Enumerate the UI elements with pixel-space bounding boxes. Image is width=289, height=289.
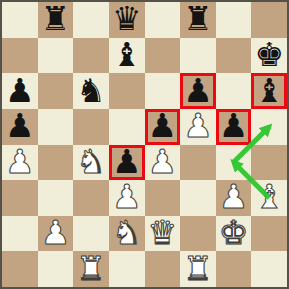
- black-knight[interactable]: ♞: [76, 74, 106, 107]
- square-h6[interactable]: ♝: [251, 73, 287, 109]
- square-h8[interactable]: [251, 2, 287, 38]
- square-f7[interactable]: [180, 38, 216, 74]
- square-e1[interactable]: [145, 251, 181, 287]
- square-b6[interactable]: [38, 73, 74, 109]
- square-f4[interactable]: [180, 145, 216, 181]
- square-d3[interactable]: ♟: [109, 180, 145, 216]
- square-b7[interactable]: [38, 38, 74, 74]
- square-d7[interactable]: ♝: [109, 38, 145, 74]
- square-a3[interactable]: [2, 180, 38, 216]
- white-pawn[interactable]: ♟: [5, 145, 35, 178]
- square-g5[interactable]: ♟: [216, 109, 252, 145]
- square-a1[interactable]: [2, 251, 38, 287]
- square-h3[interactable]: ♝: [251, 180, 287, 216]
- black-pawn[interactable]: ♟: [183, 74, 213, 107]
- square-h5[interactable]: [251, 109, 287, 145]
- black-rook[interactable]: ♜: [41, 2, 71, 35]
- square-a7[interactable]: [2, 38, 38, 74]
- square-b2[interactable]: ♟: [38, 216, 74, 252]
- square-h2[interactable]: [251, 216, 287, 252]
- white-pawn[interactable]: ♟: [219, 180, 249, 213]
- square-f8[interactable]: ♜: [180, 2, 216, 38]
- square-f5[interactable]: ♟: [180, 109, 216, 145]
- square-h1[interactable]: [251, 251, 287, 287]
- square-d6[interactable]: [109, 73, 145, 109]
- white-pawn[interactable]: ♟: [183, 109, 213, 142]
- white-knight[interactable]: ♞: [76, 145, 106, 178]
- square-e3[interactable]: [145, 180, 181, 216]
- white-bishop[interactable]: ♝: [254, 180, 284, 213]
- black-pawn[interactable]: ♟: [148, 109, 178, 142]
- white-rook[interactable]: ♜: [76, 252, 106, 285]
- square-f1[interactable]: ♜: [180, 251, 216, 287]
- square-a2[interactable]: [2, 216, 38, 252]
- white-queen[interactable]: ♛: [148, 216, 178, 249]
- square-b8[interactable]: ♜: [38, 2, 74, 38]
- black-pawn[interactable]: ♟: [112, 145, 142, 178]
- square-e6[interactable]: [145, 73, 181, 109]
- white-king[interactable]: ♚: [219, 216, 249, 249]
- black-pawn[interactable]: ♟: [219, 109, 249, 142]
- black-queen[interactable]: ♛: [112, 2, 142, 35]
- square-d2[interactable]: ♞: [109, 216, 145, 252]
- square-h4[interactable]: [251, 145, 287, 181]
- square-c8[interactable]: [73, 2, 109, 38]
- white-rook[interactable]: ♜: [183, 252, 213, 285]
- black-rook[interactable]: ♜: [183, 2, 213, 35]
- square-e8[interactable]: [145, 2, 181, 38]
- square-a5[interactable]: ♟: [2, 109, 38, 145]
- square-h7[interactable]: ♚: [251, 38, 287, 74]
- square-c3[interactable]: [73, 180, 109, 216]
- square-e5[interactable]: ♟: [145, 109, 181, 145]
- square-c6[interactable]: ♞: [73, 73, 109, 109]
- square-e4[interactable]: ♟: [145, 145, 181, 181]
- chess-board: ♜♛♜♝♚♟♞♟♝♟♟♟♟♟♞♟♟♟♟♝♟♞♛♚♜♜: [0, 0, 289, 289]
- black-king[interactable]: ♚: [254, 38, 284, 71]
- square-c4[interactable]: ♞: [73, 145, 109, 181]
- square-g8[interactable]: [216, 2, 252, 38]
- black-bishop[interactable]: ♝: [254, 74, 284, 107]
- black-bishop[interactable]: ♝: [112, 38, 142, 71]
- white-pawn[interactable]: ♟: [148, 145, 178, 178]
- black-pawn[interactable]: ♟: [5, 109, 35, 142]
- white-pawn[interactable]: ♟: [41, 216, 71, 249]
- square-b3[interactable]: [38, 180, 74, 216]
- square-c1[interactable]: ♜: [73, 251, 109, 287]
- square-b5[interactable]: [38, 109, 74, 145]
- square-g4[interactable]: [216, 145, 252, 181]
- square-a4[interactable]: ♟: [2, 145, 38, 181]
- square-f6[interactable]: ♟: [180, 73, 216, 109]
- square-g1[interactable]: [216, 251, 252, 287]
- square-g6[interactable]: [216, 73, 252, 109]
- board-grid: ♜♛♜♝♚♟♞♟♝♟♟♟♟♟♞♟♟♟♟♝♟♞♛♚♜♜: [2, 2, 287, 287]
- square-b1[interactable]: [38, 251, 74, 287]
- square-f3[interactable]: [180, 180, 216, 216]
- square-c2[interactable]: [73, 216, 109, 252]
- square-d1[interactable]: [109, 251, 145, 287]
- white-knight[interactable]: ♞: [112, 216, 142, 249]
- square-f2[interactable]: [180, 216, 216, 252]
- square-g7[interactable]: [216, 38, 252, 74]
- square-d5[interactable]: [109, 109, 145, 145]
- square-d8[interactable]: ♛: [109, 2, 145, 38]
- square-c7[interactable]: [73, 38, 109, 74]
- square-c5[interactable]: [73, 109, 109, 145]
- black-pawn[interactable]: ♟: [5, 74, 35, 107]
- square-e7[interactable]: [145, 38, 181, 74]
- square-a6[interactable]: ♟: [2, 73, 38, 109]
- square-g3[interactable]: ♟: [216, 180, 252, 216]
- square-g2[interactable]: ♚: [216, 216, 252, 252]
- square-e2[interactable]: ♛: [145, 216, 181, 252]
- square-b4[interactable]: [38, 145, 74, 181]
- white-pawn[interactable]: ♟: [112, 180, 142, 213]
- square-d4[interactable]: ♟: [109, 145, 145, 181]
- square-a8[interactable]: [2, 2, 38, 38]
